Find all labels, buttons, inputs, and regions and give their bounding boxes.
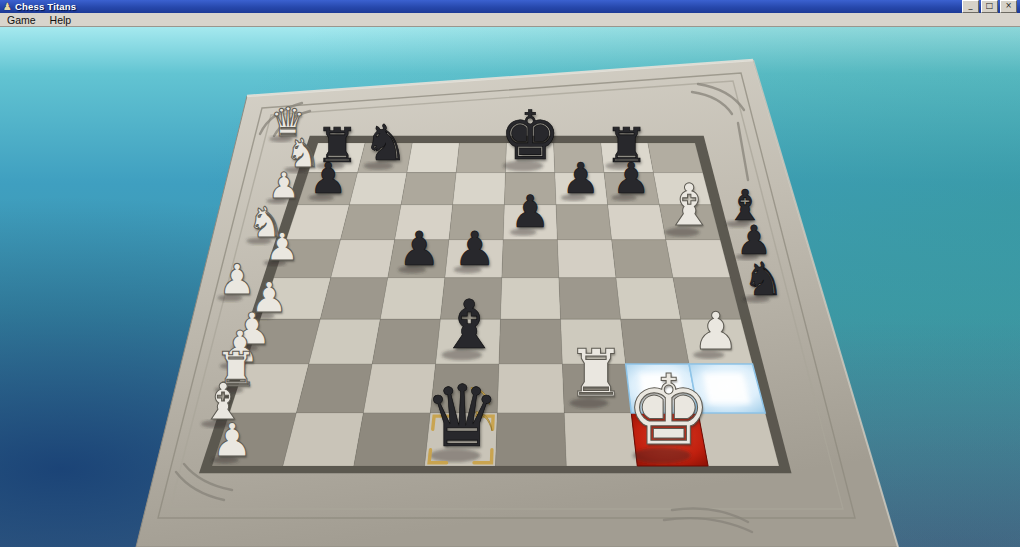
square-c1[interactable] xyxy=(354,413,431,466)
piece-black-pawn-f7[interactable]: ♟ xyxy=(562,158,600,200)
piece-black-pawn-g7[interactable]: ♟ xyxy=(612,158,650,200)
square-g4[interactable] xyxy=(616,278,681,319)
piece-white-pawn-h3[interactable]: ♟ xyxy=(693,306,739,358)
square-e1[interactable] xyxy=(496,413,567,466)
menu-help[interactable]: Help xyxy=(43,14,79,26)
piece-black-pawn-d5[interactable]: ♟ xyxy=(454,226,496,273)
title-bar[interactable]: ♟ Chess Titans _ □ × xyxy=(0,0,1020,13)
square-g5[interactable] xyxy=(612,240,673,278)
game-area: ♜♞♚♜♟♟♟♟♝♟♟♝♟♜♛♚♛♞♟♞♟♟♟♟♟♜♝♟♝♟♞ xyxy=(0,27,1020,547)
square-e2[interactable] xyxy=(497,364,564,413)
piece-black-king-e8[interactable]: ♚ xyxy=(500,101,561,169)
square-g6[interactable] xyxy=(608,205,666,240)
square-f6[interactable] xyxy=(556,205,612,240)
maximize-button[interactable]: □ xyxy=(981,0,998,13)
square-c3[interactable] xyxy=(372,319,440,364)
minimize-button[interactable]: _ xyxy=(962,0,979,13)
piece-black-knight-b8[interactable]: ♞ xyxy=(363,119,407,169)
captured-white-pawn[interactable]: ♟ xyxy=(265,228,299,266)
square-e5[interactable] xyxy=(502,240,559,278)
square-f4[interactable] xyxy=(559,278,621,319)
square-f5[interactable] xyxy=(557,240,616,278)
menu-bar: Game Help xyxy=(0,13,1020,27)
square-b2[interactable] xyxy=(296,364,372,413)
piece-white-rook-f2[interactable]: ♜ xyxy=(567,341,625,406)
piece-white-king-g1[interactable]: ♚ xyxy=(625,362,712,459)
square-b6[interactable] xyxy=(341,205,402,240)
square-e4[interactable] xyxy=(501,278,561,319)
square-d7[interactable] xyxy=(453,173,506,205)
square-b1[interactable] xyxy=(283,413,364,466)
close-button[interactable]: × xyxy=(1000,0,1017,13)
piece-black-queen-d1[interactable]: ♛ xyxy=(424,374,501,459)
square-b7[interactable] xyxy=(349,173,407,205)
captured-black-knight[interactable]: ♞ xyxy=(742,256,783,302)
piece-black-pawn-c5[interactable]: ♟ xyxy=(398,226,440,273)
chess-titans-window: ♟ Chess Titans _ □ × Game Help ♜♞♚♜♟♟♟♟♝… xyxy=(0,0,1020,547)
square-h5[interactable] xyxy=(666,240,730,278)
piece-black-pawn-e6[interactable]: ♟ xyxy=(510,191,550,235)
square-b5[interactable] xyxy=(331,240,395,278)
square-c8[interactable] xyxy=(407,143,460,173)
square-b3[interactable] xyxy=(309,319,381,364)
piece-white-bishop-h6[interactable]: ♝ xyxy=(663,178,715,236)
square-b4[interactable] xyxy=(320,278,388,319)
square-c4[interactable] xyxy=(380,278,445,319)
square-c7[interactable] xyxy=(401,173,456,205)
menu-game[interactable]: Game xyxy=(0,14,43,26)
square-h8[interactable] xyxy=(648,143,703,173)
piece-black-bishop-d3[interactable]: ♝ xyxy=(439,291,499,358)
window-title: Chess Titans xyxy=(15,1,960,12)
board-scene: ♜♞♚♜♟♟♟♟♝♟♟♝♟♜♛♚♛♞♟♞♟♟♟♟♟♜♝♟♝♟♞ xyxy=(0,27,1020,547)
app-chess-icon: ♟ xyxy=(3,2,12,12)
captured-white-pawn[interactable]: ♟ xyxy=(211,417,252,463)
square-e3[interactable] xyxy=(499,319,562,364)
